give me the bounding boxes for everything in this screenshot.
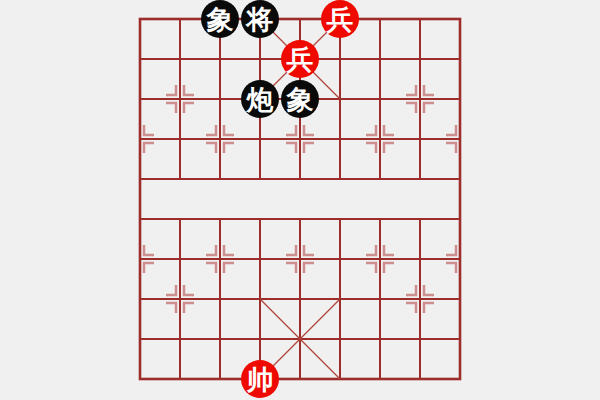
piece-black-general[interactable]: 将 <box>241 0 279 38</box>
piece-red-general[interactable]: 帅 <box>241 360 279 398</box>
piece-black-cannon[interactable]: 炮 <box>241 80 279 118</box>
piece-black-elephant[interactable]: 象 <box>201 0 239 38</box>
piece-layer: 象将兵兵炮象帅 <box>120 0 480 399</box>
piece-black-elephant[interactable]: 象 <box>281 80 319 118</box>
piece-red-soldier[interactable]: 兵 <box>321 0 359 38</box>
xiangqi-board: 象将兵兵炮象帅 <box>0 0 600 400</box>
piece-red-soldier[interactable]: 兵 <box>281 40 319 78</box>
